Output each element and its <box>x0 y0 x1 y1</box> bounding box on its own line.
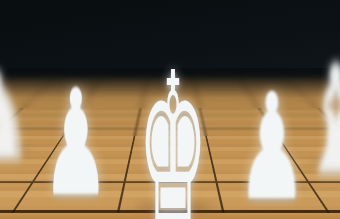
white-pawn[interactable]: ♟ <box>237 74 307 219</box>
chess-photo-scene: ♞ ♟ ♚ ♟ ♝ <box>0 0 340 219</box>
white-pawn[interactable]: ♟ <box>42 70 110 217</box>
white-king[interactable]: ♚ <box>138 46 208 219</box>
white-knight[interactable]: ♞ <box>0 56 32 178</box>
white-bishop[interactable]: ♝ <box>301 45 340 195</box>
